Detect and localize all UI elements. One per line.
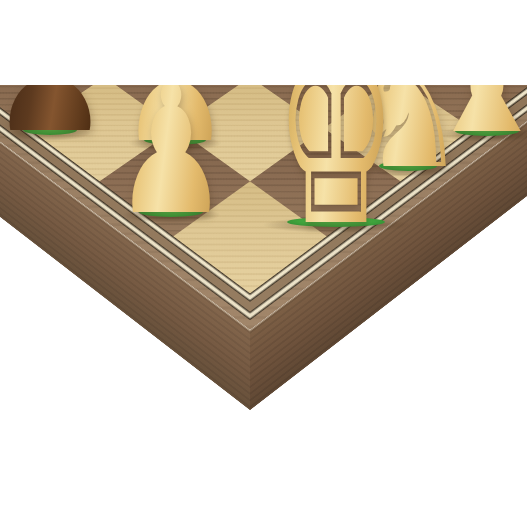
chessboard	[0, 85, 527, 330]
product-photo-stage: ♟♟♝♞♟♚	[0, 0, 527, 527]
square-g3[interactable]	[250, 85, 395, 128]
square-h2[interactable]	[250, 128, 400, 236]
square-h4[interactable]	[395, 85, 527, 128]
square-g2[interactable]	[176, 85, 324, 181]
square-g1[interactable]	[100, 128, 250, 236]
square-f2[interactable]	[105, 85, 250, 128]
board-3d-scene	[0, 85, 527, 527]
photo-area: ♟♟♝♞♟♚	[0, 85, 527, 527]
square-e1[interactable]	[0, 85, 105, 128]
square-h3[interactable]	[324, 85, 472, 181]
square-f1[interactable]	[28, 85, 176, 181]
square-h1[interactable]	[173, 181, 326, 293]
